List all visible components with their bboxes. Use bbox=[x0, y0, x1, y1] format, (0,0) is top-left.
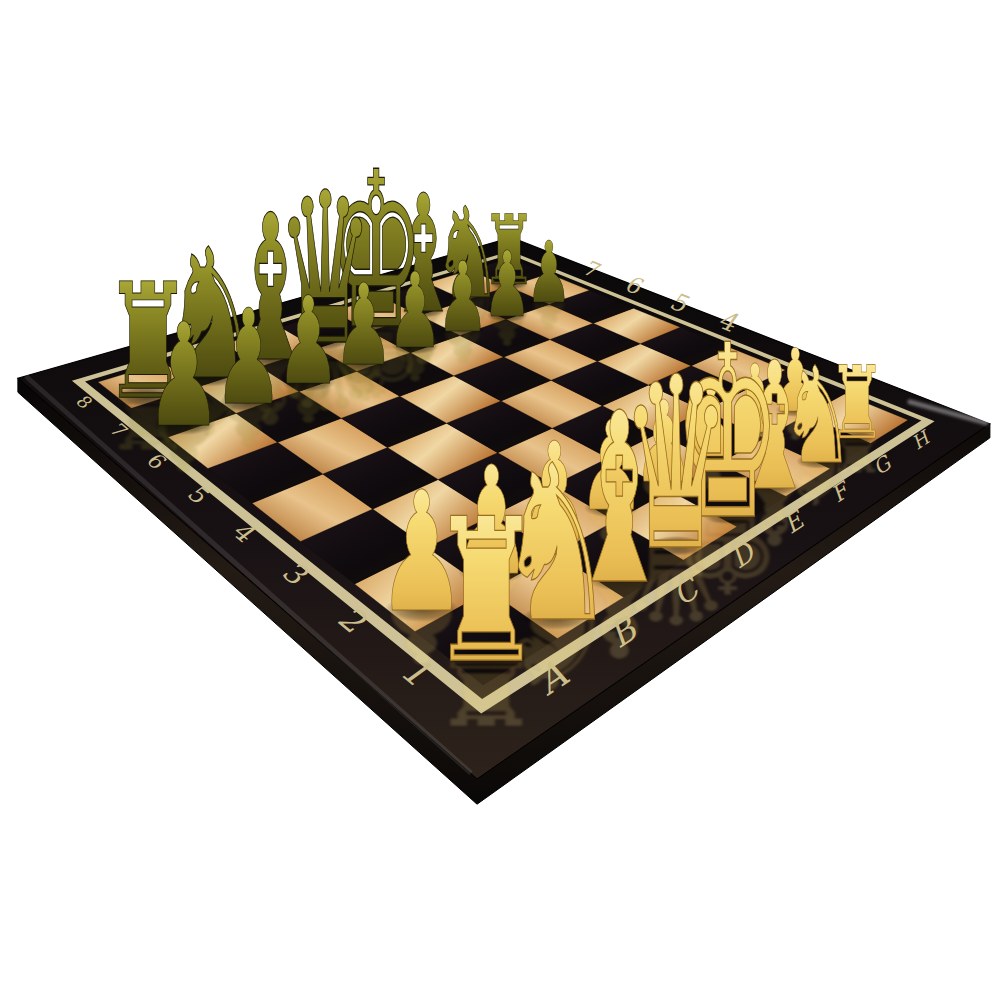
amber-chess-photo: 12345678ABCDEFGH7654♜♜♞♞♟♟♝♝♟♟♚♚♟♟♛♛♟♟♝♝… bbox=[0, 0, 1000, 1000]
piece-black-pawn-a7[interactable]: ♟ bbox=[145, 293, 222, 459]
piece-black-pawn-b7[interactable]: ♟ bbox=[213, 282, 284, 435]
piece-black-pawn-e7[interactable]: ♟ bbox=[387, 250, 443, 371]
piece-black-pawn-d7[interactable]: ♟ bbox=[333, 260, 393, 391]
piece-white-rook-a1[interactable]: ♜ bbox=[429, 477, 543, 707]
piece-black-pawn-f7[interactable]: ♟ bbox=[437, 241, 489, 354]
piece-black-pawn-h7[interactable]: ♟ bbox=[526, 223, 572, 322]
piece-black-pawn-c7[interactable]: ♟ bbox=[276, 270, 341, 412]
piece-black-pawn-g7[interactable]: ♟ bbox=[483, 232, 532, 338]
chess-board-scene: 12345678ABCDEFGH7654♜♜♞♞♟♟♝♝♟♟♚♚♟♟♛♛♟♟♝♝… bbox=[0, 0, 1000, 1000]
